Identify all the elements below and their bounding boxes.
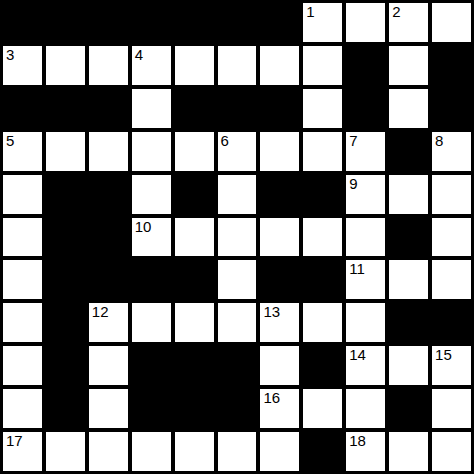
black-cell-r2c0 — [1, 87, 44, 130]
black-cell-r8c4 — [173, 344, 216, 387]
black-cell-r2c2 — [87, 87, 130, 130]
white-cell-r1c2[interactable] — [87, 44, 130, 87]
black-cell-r6c2 — [87, 258, 130, 301]
black-cell-r8c3 — [130, 344, 173, 387]
clue-number-5: 5 — [6, 133, 14, 148]
black-cell-r2c8 — [344, 87, 387, 130]
black-cell-r2c4 — [173, 87, 216, 130]
black-cell-r4c6 — [258, 173, 301, 216]
black-cell-r0c2 — [87, 1, 130, 44]
clue-number-13: 13 — [263, 304, 280, 319]
white-cell-r7c3[interactable] — [130, 301, 173, 344]
white-cell-r9c8[interactable] — [344, 387, 387, 430]
white-cell-r3c2[interactable] — [87, 130, 130, 173]
white-cell-r10c0[interactable]: 17 — [1, 430, 44, 473]
white-cell-r10c1[interactable] — [44, 430, 87, 473]
white-cell-r10c8[interactable]: 18 — [344, 430, 387, 473]
white-cell-r6c5[interactable] — [216, 258, 259, 301]
white-cell-r5c10[interactable] — [430, 216, 473, 259]
white-cell-r7c4[interactable] — [173, 301, 216, 344]
black-cell-r0c6 — [258, 1, 301, 44]
white-cell-r3c0[interactable]: 5 — [1, 130, 44, 173]
white-cell-r7c6[interactable]: 13 — [258, 301, 301, 344]
white-cell-r2c9[interactable] — [387, 87, 430, 130]
white-cell-r8c9[interactable] — [387, 344, 430, 387]
white-cell-r5c3[interactable]: 10 — [130, 216, 173, 259]
clue-number-7: 7 — [349, 133, 357, 148]
black-cell-r9c1 — [44, 387, 87, 430]
white-cell-r1c3[interactable]: 4 — [130, 44, 173, 87]
white-cell-r10c10[interactable] — [430, 430, 473, 473]
black-cell-r6c6 — [258, 258, 301, 301]
black-cell-r3c9 — [387, 130, 430, 173]
white-cell-r7c2[interactable]: 12 — [87, 301, 130, 344]
clue-number-14: 14 — [349, 347, 366, 362]
white-cell-r3c5[interactable]: 6 — [216, 130, 259, 173]
black-cell-r8c7 — [301, 344, 344, 387]
black-cell-r1c10 — [430, 44, 473, 87]
white-cell-r5c7[interactable] — [301, 216, 344, 259]
white-cell-r3c7[interactable] — [301, 130, 344, 173]
white-cell-r5c6[interactable] — [258, 216, 301, 259]
black-cell-r2c1 — [44, 87, 87, 130]
white-cell-r0c9[interactable]: 2 — [387, 1, 430, 44]
black-cell-r0c0 — [1, 1, 44, 44]
clue-number-17: 17 — [6, 433, 23, 448]
black-cell-r2c5 — [216, 87, 259, 130]
white-cell-r7c0[interactable] — [1, 301, 44, 344]
white-cell-r1c4[interactable] — [173, 44, 216, 87]
white-cell-r7c5[interactable] — [216, 301, 259, 344]
white-cell-r10c9[interactable] — [387, 430, 430, 473]
clue-number-8: 8 — [435, 133, 443, 148]
black-cell-r5c2 — [87, 216, 130, 259]
white-cell-r8c8[interactable]: 14 — [344, 344, 387, 387]
white-cell-r1c9[interactable] — [387, 44, 430, 87]
black-cell-r8c1 — [44, 344, 87, 387]
white-cell-r9c10[interactable] — [430, 387, 473, 430]
black-cell-r6c4 — [173, 258, 216, 301]
clue-number-4: 4 — [135, 47, 143, 62]
black-cell-r4c2 — [87, 173, 130, 216]
black-cell-r4c7 — [301, 173, 344, 216]
black-cell-r7c1 — [44, 301, 87, 344]
clue-number-10: 10 — [135, 219, 152, 234]
black-cell-r9c3 — [130, 387, 173, 430]
white-cell-r6c8[interactable]: 11 — [344, 258, 387, 301]
clue-number-1: 1 — [306, 4, 314, 19]
black-cell-r0c3 — [130, 1, 173, 44]
white-cell-r4c10[interactable] — [430, 173, 473, 216]
white-cell-r5c8[interactable] — [344, 216, 387, 259]
white-cell-r0c10[interactable] — [430, 1, 473, 44]
white-cell-r10c6[interactable] — [258, 430, 301, 473]
clue-number-3: 3 — [6, 47, 14, 62]
white-cell-r1c5[interactable] — [216, 44, 259, 87]
black-cell-r0c4 — [173, 1, 216, 44]
white-cell-r2c7[interactable] — [301, 87, 344, 130]
white-cell-r3c1[interactable] — [44, 130, 87, 173]
white-cell-r3c10[interactable]: 8 — [430, 130, 473, 173]
black-cell-r9c5 — [216, 387, 259, 430]
white-cell-r1c7[interactable] — [301, 44, 344, 87]
white-cell-r4c3[interactable] — [130, 173, 173, 216]
white-cell-r3c8[interactable]: 7 — [344, 130, 387, 173]
clue-number-6: 6 — [221, 133, 229, 148]
white-cell-r9c0[interactable] — [1, 387, 44, 430]
black-cell-r5c9 — [387, 216, 430, 259]
clue-number-12: 12 — [92, 304, 109, 319]
black-cell-r0c5 — [216, 1, 259, 44]
white-cell-r9c2[interactable] — [87, 387, 130, 430]
black-cell-r4c4 — [173, 173, 216, 216]
white-cell-r8c10[interactable]: 15 — [430, 344, 473, 387]
white-cell-r4c0[interactable] — [1, 173, 44, 216]
white-cell-r10c3[interactable] — [130, 430, 173, 473]
white-cell-r3c4[interactable] — [173, 130, 216, 173]
white-cell-r1c0[interactable]: 3 — [1, 44, 44, 87]
white-cell-r10c4[interactable] — [173, 430, 216, 473]
black-cell-r6c7 — [301, 258, 344, 301]
white-cell-r8c6[interactable] — [258, 344, 301, 387]
clue-number-11: 11 — [349, 261, 365, 276]
black-cell-r4c1 — [44, 173, 87, 216]
clue-number-15: 15 — [435, 347, 452, 362]
white-cell-r4c9[interactable] — [387, 173, 430, 216]
black-cell-r10c7 — [301, 430, 344, 473]
black-cell-r0c1 — [44, 1, 87, 44]
white-cell-r1c1[interactable] — [44, 44, 87, 87]
white-cell-r6c0[interactable] — [1, 258, 44, 301]
white-cell-r10c5[interactable] — [216, 430, 259, 473]
clue-number-2: 2 — [392, 4, 400, 19]
white-cell-r7c8[interactable] — [344, 301, 387, 344]
black-cell-r7c10 — [430, 301, 473, 344]
white-cell-r4c8[interactable]: 9 — [344, 173, 387, 216]
white-cell-r2c3[interactable] — [130, 87, 173, 130]
white-cell-r9c7[interactable] — [301, 387, 344, 430]
clue-number-18: 18 — [349, 433, 366, 448]
white-cell-r5c4[interactable] — [173, 216, 216, 259]
black-cell-r6c3 — [130, 258, 173, 301]
black-cell-r5c1 — [44, 216, 87, 259]
black-cell-r9c9 — [387, 387, 430, 430]
white-cell-r1c6[interactable] — [258, 44, 301, 87]
black-cell-r8c5 — [216, 344, 259, 387]
white-cell-r7c7[interactable] — [301, 301, 344, 344]
white-cell-r8c2[interactable] — [87, 344, 130, 387]
white-cell-r0c7[interactable]: 1 — [301, 1, 344, 44]
white-cell-r10c2[interactable] — [87, 430, 130, 473]
white-cell-r6c10[interactable] — [430, 258, 473, 301]
black-cell-r6c1 — [44, 258, 87, 301]
clue-number-16: 16 — [263, 390, 280, 405]
black-cell-r7c9 — [387, 301, 430, 344]
white-cell-r5c0[interactable] — [1, 216, 44, 259]
white-cell-r3c3[interactable] — [130, 130, 173, 173]
black-cell-r2c10 — [430, 87, 473, 130]
white-cell-r5c5[interactable] — [216, 216, 259, 259]
white-cell-r9c6[interactable]: 16 — [258, 387, 301, 430]
white-cell-r4c5[interactable] — [216, 173, 259, 216]
black-cell-r2c6 — [258, 87, 301, 130]
white-cell-r3c6[interactable] — [258, 130, 301, 173]
white-cell-r0c8[interactable] — [344, 1, 387, 44]
black-cell-r9c4 — [173, 387, 216, 430]
white-cell-r8c0[interactable] — [1, 344, 44, 387]
white-cell-r6c9[interactable] — [387, 258, 430, 301]
black-cell-r1c8 — [344, 44, 387, 87]
crossword-grid: 123456789101112131415161718 — [0, 0, 474, 474]
clue-number-9: 9 — [349, 176, 357, 191]
